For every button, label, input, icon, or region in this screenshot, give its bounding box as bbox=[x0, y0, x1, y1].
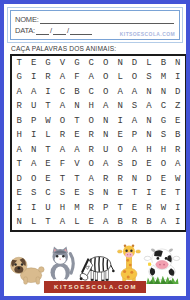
grid-cell-r6c4: R bbox=[55, 129, 69, 144]
grid-cell-r8c4: F bbox=[55, 158, 69, 173]
grid-cell-r10c4: S bbox=[55, 187, 69, 202]
grid-cell-r6c8: E bbox=[113, 129, 127, 144]
grid-cell-r10c2: S bbox=[26, 187, 40, 202]
grid-cell-r7c1: A bbox=[12, 143, 26, 158]
grid-cell-r2c8: L bbox=[113, 71, 127, 86]
grid-cell-r8c10: E bbox=[142, 158, 156, 173]
grid-cell-r1c10: L bbox=[142, 56, 156, 71]
grid-cell-r10c6: S bbox=[84, 187, 98, 202]
grid-cell-r4c11: C bbox=[156, 100, 170, 115]
grid-cell-r8c11: O bbox=[156, 158, 170, 173]
grid-cell-r12c1: N bbox=[12, 216, 26, 231]
grid-cell-r12c11: A bbox=[156, 216, 170, 231]
grid-cell-r9c10: D bbox=[142, 172, 156, 187]
grid-cell-r1c11: B bbox=[156, 56, 170, 71]
word-search-grid: TEGVGCONDLBNGIRAFAOLOSMIAAICBCOAANNDRUTA… bbox=[10, 54, 187, 232]
grid-cell-r7c2: N bbox=[26, 143, 40, 158]
grid-cell-r8c3: E bbox=[41, 158, 55, 173]
animal-clue-images bbox=[9, 236, 181, 286]
grid-cell-r8c8: S bbox=[113, 158, 127, 173]
grid-cell-r7c6: R bbox=[84, 143, 98, 158]
grid-cell-r10c10: I bbox=[142, 187, 156, 202]
grid-cell-r8c2: A bbox=[26, 158, 40, 173]
grid-cell-r6c11: S bbox=[156, 129, 170, 144]
grid-cell-r9c11: E bbox=[156, 172, 170, 187]
grid-cell-r11c3: U bbox=[41, 201, 55, 216]
grid-cell-r8c9: D bbox=[127, 158, 141, 173]
puzzle-title: CAÇA PALAVRAS DOS ANIMAIS: bbox=[11, 45, 116, 52]
grid-cell-r4c3: T bbox=[41, 100, 55, 115]
date-year-line bbox=[70, 26, 92, 35]
grid-cell-r9c5: T bbox=[70, 172, 84, 187]
grid-cell-r12c8: B bbox=[113, 216, 127, 231]
worksheet-page: NOME: DATA: / / KITSOESCOLA.COM CAÇA PAL… bbox=[0, 0, 190, 300]
grid-cell-r3c11: N bbox=[156, 85, 170, 100]
grid-cell-r2c11: M bbox=[156, 71, 170, 86]
grid-cell-r2c3: R bbox=[41, 71, 55, 86]
grid-cell-r8c7: A bbox=[99, 158, 113, 173]
grid-cell-r5c9: A bbox=[127, 114, 141, 129]
grid-cell-r1c7: O bbox=[99, 56, 113, 71]
site-banner: KITSOESCOLA.COM bbox=[44, 281, 146, 293]
grid-cell-r11c2: I bbox=[26, 201, 40, 216]
grid-cell-r2c12: I bbox=[171, 71, 185, 86]
grid-cell-r11c8: T bbox=[113, 201, 127, 216]
grid-cell-r11c7: P bbox=[99, 201, 113, 216]
name-label: NOME: bbox=[15, 15, 39, 24]
grid-cell-r4c1: R bbox=[12, 100, 26, 115]
grid-cell-r12c3: T bbox=[41, 216, 55, 231]
grid-cell-r5c12: E bbox=[171, 114, 185, 129]
grid-cell-r6c5: E bbox=[70, 129, 84, 144]
grid-cell-r10c8: E bbox=[113, 187, 127, 202]
grid-cell-r12c9: R bbox=[127, 216, 141, 231]
grid-cell-r7c11: H bbox=[156, 143, 170, 158]
grid-cell-r2c10: S bbox=[142, 71, 156, 86]
grid-cell-r7c8: O bbox=[113, 143, 127, 158]
grid-cell-r3c7: O bbox=[99, 85, 113, 100]
grid-cell-r1c8: N bbox=[113, 56, 127, 71]
grid-cell-r2c2: I bbox=[26, 71, 40, 86]
grid-cell-r7c10: H bbox=[142, 143, 156, 158]
grid-cell-r2c1: G bbox=[12, 71, 26, 86]
grid-cell-r3c2: A bbox=[26, 85, 40, 100]
grid-cell-r10c5: E bbox=[70, 187, 84, 202]
date-month-line bbox=[53, 26, 66, 35]
grid-cell-r8c1: T bbox=[12, 158, 26, 173]
grid-cell-r3c6: C bbox=[84, 85, 98, 100]
grid-cell-r11c10: R bbox=[142, 201, 156, 216]
grid-cell-r1c1: T bbox=[12, 56, 26, 71]
grid-cell-r4c9: S bbox=[127, 100, 141, 115]
date-slash: / bbox=[50, 26, 52, 35]
grid-cell-r12c10: B bbox=[142, 216, 156, 231]
grid-cell-r5c11: G bbox=[156, 114, 170, 129]
grid-cell-r1c4: V bbox=[55, 56, 69, 71]
grid-cell-r7c3: T bbox=[41, 143, 55, 158]
grid-cell-r6c2: I bbox=[26, 129, 40, 144]
grid-cell-r11c12: I bbox=[171, 201, 185, 216]
grid-cell-r11c6: R bbox=[84, 201, 98, 216]
grid-cell-r6c6: R bbox=[84, 129, 98, 144]
cow-image bbox=[143, 244, 181, 286]
grid-cell-r11c1: I bbox=[12, 201, 26, 216]
date-day-line bbox=[36, 26, 49, 35]
grid-cell-r9c1: D bbox=[12, 172, 26, 187]
grid-cell-r1c12: N bbox=[171, 56, 185, 71]
grid-cell-r10c11: E bbox=[156, 187, 170, 202]
grid-cell-r12c4: A bbox=[55, 216, 69, 231]
grid-cell-r6c10: N bbox=[142, 129, 156, 144]
grid-cell-r9c6: A bbox=[84, 172, 98, 187]
grid-cell-r7c9: A bbox=[127, 143, 141, 158]
grid-cell-r3c4: C bbox=[55, 85, 69, 100]
grid-cell-r12c6: E bbox=[84, 216, 98, 231]
grid-cell-r11c4: H bbox=[55, 201, 69, 216]
grid-cell-r5c3: W bbox=[41, 114, 55, 129]
grid-cell-r4c12: Z bbox=[171, 100, 185, 115]
grid-cell-r9c3: E bbox=[41, 172, 55, 187]
name-date-box: NOME: DATA: / / KITSOESCOLA.COM bbox=[10, 10, 180, 40]
grid-cell-r1c5: G bbox=[70, 56, 84, 71]
grid-cell-r5c2: P bbox=[26, 114, 40, 129]
grid-cell-r10c7: N bbox=[99, 187, 113, 202]
grid-cell-r4c2: U bbox=[26, 100, 40, 115]
grid-cell-r4c4: A bbox=[55, 100, 69, 115]
grid-cell-r4c7: A bbox=[99, 100, 113, 115]
grid-cell-r5c4: O bbox=[55, 114, 69, 129]
grid-cell-r3c5: B bbox=[70, 85, 84, 100]
grid-cell-r2c7: O bbox=[99, 71, 113, 86]
grid-cell-r6c9: P bbox=[127, 129, 141, 144]
grid-cell-r6c1: H bbox=[12, 129, 26, 144]
grid-cell-r9c12: W bbox=[171, 172, 185, 187]
grid-cell-r5c8: I bbox=[113, 114, 127, 129]
grid-cell-r10c1: E bbox=[12, 187, 26, 202]
grid-cell-r10c3: C bbox=[41, 187, 55, 202]
grid-cell-r1c2: E bbox=[26, 56, 40, 71]
grid-cell-r7c4: A bbox=[55, 143, 69, 158]
grid-cell-r8c5: V bbox=[70, 158, 84, 173]
grid-cell-r3c3: I bbox=[41, 85, 55, 100]
pug-dog-image bbox=[9, 253, 45, 286]
name-write-line bbox=[40, 15, 174, 24]
grid-cell-r3c1: A bbox=[12, 85, 26, 100]
grid-cell-r6c3: L bbox=[41, 129, 55, 144]
grid-cell-r10c9: T bbox=[127, 187, 141, 202]
grid-cell-r4c6: H bbox=[84, 100, 98, 115]
grid-cell-r2c6: A bbox=[84, 71, 98, 86]
grid-cell-r3c8: A bbox=[113, 85, 127, 100]
grid-cell-r11c11: W bbox=[156, 201, 170, 216]
cat-image bbox=[47, 243, 75, 286]
grid-cell-r8c6: O bbox=[84, 158, 98, 173]
date-slash: / bbox=[67, 26, 69, 35]
giraffe-image bbox=[117, 241, 141, 286]
grid-cell-r5c6: O bbox=[84, 114, 98, 129]
grid-cell-r4c8: N bbox=[113, 100, 127, 115]
grid-cell-r10c12: T bbox=[171, 187, 185, 202]
grid-cell-r3c9: A bbox=[127, 85, 141, 100]
grid-cell-r5c7: N bbox=[99, 114, 113, 129]
grid-cell-r3c12: D bbox=[171, 85, 185, 100]
grid-cell-r11c9: E bbox=[127, 201, 141, 216]
grid-cell-r5c10: N bbox=[142, 114, 156, 129]
grid-cell-r1c9: D bbox=[127, 56, 141, 71]
grid-cell-r2c5: F bbox=[70, 71, 84, 86]
grid-cell-r9c8: R bbox=[113, 172, 127, 187]
grid-cell-r4c10: A bbox=[142, 100, 156, 115]
grid-cell-r1c3: G bbox=[41, 56, 55, 71]
grid-cell-r4c5: N bbox=[70, 100, 84, 115]
date-label: DATA: bbox=[15, 26, 35, 35]
grid-cell-r7c12: R bbox=[171, 143, 185, 158]
grid-cell-r9c4: T bbox=[55, 172, 69, 187]
grid-cell-r2c9: O bbox=[127, 71, 141, 86]
grid-cell-r2c4: A bbox=[55, 71, 69, 86]
grid-cell-r11c5: M bbox=[70, 201, 84, 216]
grid-cell-r12c7: A bbox=[99, 216, 113, 231]
grid-cell-r9c9: N bbox=[127, 172, 141, 187]
grid-cell-r7c5: A bbox=[70, 143, 84, 158]
grid-cell-r9c7: R bbox=[99, 172, 113, 187]
grid-cell-r12c2: L bbox=[26, 216, 40, 231]
name-field-row: NOME: bbox=[15, 13, 175, 24]
grid-cell-r6c12: B bbox=[171, 129, 185, 144]
site-logo: KITSOESCOLA.COM bbox=[120, 31, 175, 37]
grid-cell-r8c12: A bbox=[171, 158, 185, 173]
grid-cell-r9c2: O bbox=[26, 172, 40, 187]
grid-cell-r7c7: U bbox=[99, 143, 113, 158]
grid-cell-r6c7: N bbox=[99, 129, 113, 144]
grid-cell-r5c5: T bbox=[70, 114, 84, 129]
grid-cell-r1c6: C bbox=[84, 56, 98, 71]
grid-cell-r12c5: L bbox=[70, 216, 84, 231]
grid-cell-r5c1: B bbox=[12, 114, 26, 129]
grid-cell-r3c10: N bbox=[142, 85, 156, 100]
grid-cell-r12c12: I bbox=[171, 216, 185, 231]
